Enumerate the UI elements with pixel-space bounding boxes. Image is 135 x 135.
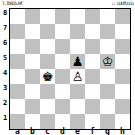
square-h2[interactable] xyxy=(115,99,130,114)
square-a5[interactable] xyxy=(10,54,25,69)
square-h4[interactable] xyxy=(115,69,130,84)
rank-label-8: 8 xyxy=(1,9,9,24)
file-label-e: e xyxy=(70,128,85,135)
file-label-a: a xyxy=(10,128,25,135)
file-label-b: b xyxy=(25,128,40,135)
square-g7[interactable] xyxy=(100,24,115,39)
square-f7[interactable] xyxy=(85,24,100,39)
square-a2[interactable] xyxy=(10,99,25,114)
square-a3[interactable] xyxy=(10,84,25,99)
square-c6[interactable] xyxy=(40,39,55,54)
square-b2[interactable] xyxy=(25,99,40,114)
square-a8[interactable] xyxy=(10,9,25,24)
rank-label-3: 3 xyxy=(1,84,9,99)
square-f8[interactable] xyxy=(85,9,100,24)
file-label-d: d xyxy=(55,128,70,135)
rank-label-6: 6 xyxy=(1,39,9,54)
square-e8[interactable] xyxy=(70,9,85,24)
square-e6[interactable] xyxy=(70,39,85,54)
square-c5[interactable] xyxy=(40,54,55,69)
square-e3[interactable] xyxy=(70,84,85,99)
square-e2[interactable] xyxy=(70,99,85,114)
square-h8[interactable] xyxy=(115,9,130,24)
chess-diagram: l.Tb5Cb.Rf :: LUUfLLCo 87654321 ♟♔♚♙ abc… xyxy=(0,0,135,135)
square-c2[interactable] xyxy=(40,99,55,114)
square-d6[interactable] xyxy=(55,39,70,54)
square-g5[interactable]: ♔ xyxy=(100,54,115,69)
chess-board: ♟♔♚♙ xyxy=(9,8,131,130)
square-d7[interactable] xyxy=(55,24,70,39)
square-d4[interactable] xyxy=(55,69,70,84)
square-b5[interactable] xyxy=(25,54,40,69)
square-g4[interactable] xyxy=(100,69,115,84)
square-d5[interactable] xyxy=(55,54,70,69)
square-g2[interactable] xyxy=(100,99,115,114)
square-f4[interactable] xyxy=(85,69,100,84)
square-b7[interactable] xyxy=(25,24,40,39)
rank-label-5: 5 xyxy=(1,54,9,69)
square-g8[interactable] xyxy=(100,9,115,24)
square-h3[interactable] xyxy=(115,84,130,99)
square-e5[interactable]: ♟ xyxy=(70,54,85,69)
square-b4[interactable] xyxy=(25,69,40,84)
square-f5[interactable] xyxy=(85,54,100,69)
square-b6[interactable] xyxy=(25,39,40,54)
file-labels: abcdefgh xyxy=(10,128,130,135)
square-b3[interactable] xyxy=(25,84,40,99)
caption-right-illegible: :: LUUfLLCo xyxy=(111,0,133,5)
file-label-h: h xyxy=(115,128,130,135)
rank-label-1: 1 xyxy=(1,114,9,129)
rank-label-4: 4 xyxy=(1,69,9,84)
square-f6[interactable] xyxy=(85,39,100,54)
square-g6[interactable] xyxy=(100,39,115,54)
square-d8[interactable] xyxy=(55,9,70,24)
square-h5[interactable] xyxy=(115,54,130,69)
square-e4[interactable]: ♙ xyxy=(70,69,85,84)
rank-label-7: 7 xyxy=(1,24,9,39)
file-label-f: f xyxy=(85,128,100,135)
file-label-g: g xyxy=(100,128,115,135)
square-d2[interactable] xyxy=(55,99,70,114)
square-a4[interactable] xyxy=(10,69,25,84)
file-label-c: c xyxy=(40,128,55,135)
square-c8[interactable] xyxy=(40,9,55,24)
square-c7[interactable] xyxy=(40,24,55,39)
square-g3[interactable] xyxy=(100,84,115,99)
rank-label-2: 2 xyxy=(1,99,9,114)
square-h6[interactable] xyxy=(115,39,130,54)
square-a6[interactable] xyxy=(10,39,25,54)
square-e7[interactable] xyxy=(70,24,85,39)
square-h7[interactable] xyxy=(115,24,130,39)
square-c4[interactable]: ♚ xyxy=(40,69,55,84)
square-d3[interactable] xyxy=(55,84,70,99)
rank-labels: 87654321 xyxy=(1,9,9,129)
square-b8[interactable] xyxy=(25,9,40,24)
square-a7[interactable] xyxy=(10,24,25,39)
square-f2[interactable] xyxy=(85,99,100,114)
square-c3[interactable] xyxy=(40,84,55,99)
caption-left-illegible: l.Tb5Cb.Rf xyxy=(2,0,22,5)
square-f3[interactable] xyxy=(85,84,100,99)
